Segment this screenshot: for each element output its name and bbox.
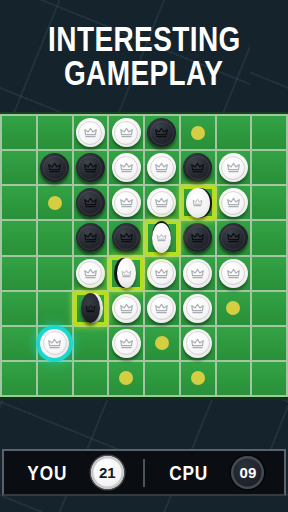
white-disc (219, 153, 248, 182)
board-cell[interactable] (145, 362, 179, 395)
cpu-label: CPU (169, 461, 208, 485)
board-cell[interactable] (217, 221, 251, 254)
board-cell[interactable] (109, 151, 143, 184)
board-cell[interactable] (252, 327, 286, 360)
board-cell[interactable] (109, 292, 143, 325)
hint-dot[interactable] (191, 126, 205, 140)
crown-icon (82, 159, 99, 176)
white-disc (219, 188, 248, 217)
board-cell[interactable] (252, 186, 286, 219)
board-cell[interactable] (109, 327, 143, 360)
board-cell[interactable] (217, 327, 251, 360)
board-cell[interactable] (109, 257, 143, 290)
title-line-1: INTERESTING (48, 22, 241, 56)
board-cell[interactable] (38, 292, 72, 325)
black-disc (183, 153, 212, 182)
board-cell[interactable] (145, 151, 179, 184)
board-cell[interactable] (252, 292, 286, 325)
crown-icon (84, 301, 97, 316)
board-cell[interactable] (74, 292, 108, 325)
white-disc (183, 259, 212, 288)
white-disc (147, 259, 176, 288)
flipping-disc (112, 258, 141, 289)
title-line-2: GAMEPLAY (64, 56, 223, 90)
black-disc (76, 153, 105, 182)
board-cell[interactable] (217, 186, 251, 219)
board-cell[interactable] (181, 116, 215, 149)
crown-icon (46, 335, 63, 352)
black-disc (76, 223, 105, 252)
crown-icon (118, 194, 135, 211)
black-disc (183, 223, 212, 252)
crown-icon (82, 265, 99, 282)
board-cell[interactable] (181, 221, 215, 254)
board-cell[interactable] (181, 327, 215, 360)
crown-icon (118, 335, 135, 352)
board-cell[interactable] (217, 257, 251, 290)
crown-icon (82, 194, 99, 211)
board-cell[interactable] (38, 186, 72, 219)
crown-icon (225, 159, 242, 176)
board-cell[interactable] (252, 116, 286, 149)
board-cell[interactable] (38, 221, 72, 254)
white-disc (112, 188, 141, 217)
board-cell[interactable] (38, 362, 72, 395)
board-cell[interactable] (145, 327, 179, 360)
board-cell[interactable] (74, 362, 108, 395)
white-disc (147, 294, 176, 323)
you-score-section: YOU 21 (4, 451, 143, 494)
board-cell[interactable] (217, 292, 251, 325)
hint-dot[interactable] (48, 196, 62, 210)
hint-dot[interactable] (119, 371, 133, 385)
board-cell[interactable] (181, 151, 215, 184)
board-cell[interactable] (2, 151, 36, 184)
crown-icon (82, 229, 99, 246)
white-disc (219, 259, 248, 288)
white-disc (183, 329, 212, 358)
board-cell[interactable] (217, 362, 251, 395)
board-cell[interactable] (2, 116, 36, 149)
board-cell[interactable] (181, 292, 215, 325)
white-disc (76, 259, 105, 288)
board-cell[interactable] (109, 221, 143, 254)
score-bar: YOU 21 CPU 09 (2, 449, 286, 496)
hint-dot[interactable] (191, 371, 205, 385)
cpu-score-section: CPU 09 (145, 451, 284, 494)
flip-front-face (186, 188, 210, 218)
board-cell[interactable] (2, 362, 36, 395)
board-cell[interactable] (145, 186, 179, 219)
crown-icon (189, 300, 206, 317)
black-disc (40, 153, 69, 182)
white-disc (183, 294, 212, 323)
white-disc (112, 153, 141, 182)
white-disc (112, 294, 141, 323)
flipping-disc (76, 293, 105, 324)
board-cell[interactable] (145, 292, 179, 325)
flipping-disc (183, 187, 212, 218)
crown-icon (118, 300, 135, 317)
crown-icon (153, 124, 170, 141)
crown-icon (191, 195, 204, 210)
board-cell[interactable] (38, 257, 72, 290)
crown-icon (120, 266, 133, 281)
crown-icon (153, 159, 170, 176)
board-cell[interactable] (74, 327, 108, 360)
board-cell[interactable] (2, 327, 36, 360)
board-cell[interactable] (38, 327, 72, 360)
crown-icon (189, 335, 206, 352)
board-cell[interactable] (109, 186, 143, 219)
white-disc (147, 153, 176, 182)
board-cell[interactable] (109, 116, 143, 149)
board-cell[interactable] (2, 257, 36, 290)
crown-icon (118, 229, 135, 246)
black-disc (219, 223, 248, 252)
board-cell[interactable] (252, 151, 286, 184)
flipping-disc (147, 222, 176, 253)
board-cell[interactable] (74, 221, 108, 254)
flip-front-face (117, 258, 136, 288)
board-cell[interactable] (74, 186, 108, 219)
board-cell[interactable] (145, 116, 179, 149)
board-cell[interactable] (74, 257, 108, 290)
game-board (0, 112, 288, 400)
last-move-white-disc (40, 329, 69, 358)
board-cell[interactable] (145, 257, 179, 290)
white-disc (112, 118, 141, 147)
hint-dot[interactable] (226, 301, 240, 315)
board-cell[interactable] (217, 116, 251, 149)
white-disc (112, 329, 141, 358)
cpu-score-badge: 09 (231, 456, 264, 489)
crown-icon (189, 265, 206, 282)
crown-icon (225, 265, 242, 282)
flip-front-face (81, 293, 100, 323)
board-cell[interactable] (252, 362, 286, 395)
crown-icon (153, 265, 170, 282)
crown-icon (82, 124, 99, 141)
crown-icon (225, 194, 242, 211)
you-label: YOU (28, 461, 68, 485)
board-cell[interactable] (74, 151, 108, 184)
board-cell[interactable] (252, 257, 286, 290)
white-disc (76, 118, 105, 147)
promo-title: INTERESTING GAMEPLAY (0, 0, 288, 112)
crown-icon (153, 194, 170, 211)
board-cell[interactable] (252, 221, 286, 254)
black-disc (147, 118, 176, 147)
board-cell[interactable] (2, 221, 36, 254)
crown-icon (118, 159, 135, 176)
crown-icon (153, 300, 170, 317)
crown-icon (46, 159, 63, 176)
crown-icon (189, 229, 206, 246)
board-cell[interactable] (2, 292, 36, 325)
white-disc (147, 188, 176, 217)
board-cell[interactable] (181, 257, 215, 290)
flip-front-face (152, 223, 171, 253)
crown-icon (189, 159, 206, 176)
board-cell[interactable] (145, 221, 179, 254)
board-cell[interactable] (217, 151, 251, 184)
board-cell[interactable] (109, 362, 143, 395)
hint-dot[interactable] (155, 336, 169, 350)
board-cell[interactable] (74, 116, 108, 149)
crown-icon (155, 230, 168, 245)
board-cell[interactable] (38, 151, 72, 184)
black-disc (76, 188, 105, 217)
board-cell[interactable] (38, 116, 72, 149)
board-cell[interactable] (2, 186, 36, 219)
board-cell[interactable] (181, 362, 215, 395)
crown-icon (118, 124, 135, 141)
board-cell[interactable] (181, 186, 215, 219)
you-score-badge: 21 (91, 456, 124, 489)
crown-icon (225, 229, 242, 246)
black-disc (112, 223, 141, 252)
